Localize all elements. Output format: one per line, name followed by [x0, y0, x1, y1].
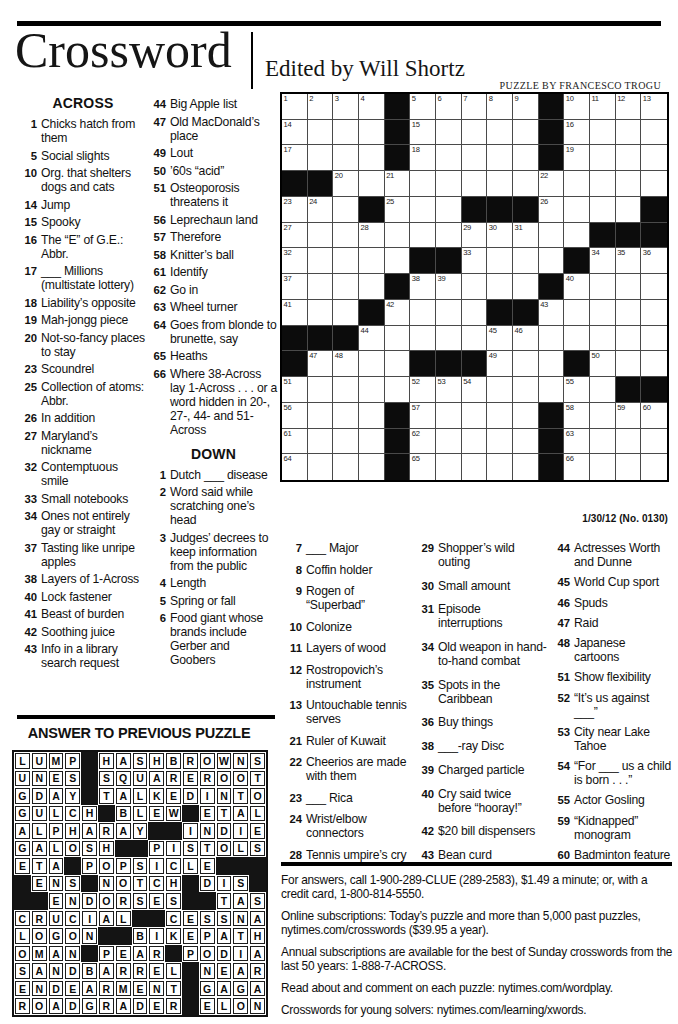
cell-number: 20	[335, 172, 343, 180]
grid-cell[interactable]	[590, 300, 616, 326]
grid-cell[interactable]	[333, 145, 359, 171]
grid-cell[interactable]	[462, 429, 488, 455]
clue: 36Buy things	[417, 715, 547, 729]
grid-cell[interactable]	[359, 120, 385, 146]
grid-cell-black	[410, 351, 436, 377]
clue: 56Leprechaun land	[149, 213, 278, 227]
across-clue-column-1: ACROSS 1Chicks hatch from them5Social sl…	[20, 95, 146, 674]
answer-cell-black	[182, 962, 199, 980]
answer-cell: E	[133, 981, 148, 997]
grid-cell[interactable]: 6	[436, 94, 462, 120]
grid-cell[interactable]	[539, 351, 565, 377]
grid-cell[interactable]	[436, 171, 462, 197]
grid-cell[interactable]: 31	[513, 223, 539, 249]
cell-number: 65	[412, 455, 420, 463]
grid-cell[interactable]	[462, 145, 488, 171]
grid-cell[interactable]: 44	[359, 326, 385, 352]
grid-cell[interactable]	[436, 223, 462, 249]
grid-cell[interactable]	[359, 377, 385, 403]
answer-cell: E	[15, 981, 30, 997]
answer-cell: Y	[65, 788, 80, 804]
grid-cell[interactable]	[513, 145, 539, 171]
grid-cell[interactable]	[410, 223, 436, 249]
answer-cell: I	[183, 823, 198, 839]
grid-cell[interactable]	[308, 248, 334, 274]
clue: 63Wheel turner	[149, 300, 278, 314]
grid-cell[interactable]	[359, 145, 385, 171]
grid-cell[interactable]	[462, 120, 488, 146]
grid-cell[interactable]: 16	[564, 120, 590, 146]
grid-cell[interactable]	[616, 274, 642, 300]
grid-cell[interactable]	[462, 454, 488, 480]
grid-cell[interactable]: 45	[487, 326, 513, 352]
grid-cell[interactable]	[539, 223, 565, 249]
grid-cell[interactable]	[333, 454, 359, 480]
grid-cell[interactable]	[436, 300, 462, 326]
grid-cell[interactable]	[410, 197, 436, 223]
clue-text: $20 bill dispensers	[438, 824, 535, 838]
clue-text: Colonize	[306, 620, 352, 634]
cell-number: 62	[412, 430, 420, 438]
grid-cell[interactable]	[487, 248, 513, 274]
grid-cell[interactable]	[641, 300, 667, 326]
grid-cell[interactable]	[359, 403, 385, 429]
grid-cell[interactable]	[641, 120, 667, 146]
grid-cell[interactable]	[385, 351, 411, 377]
cell-number: 53	[437, 378, 445, 386]
grid-cell[interactable]	[539, 248, 565, 274]
grid-cell[interactable]	[462, 300, 488, 326]
grid-cell[interactable]: 22	[539, 171, 565, 197]
grid-cell[interactable]: 24	[308, 197, 334, 223]
answer-cell: R	[149, 946, 164, 962]
grid-cell[interactable]: 48	[333, 351, 359, 377]
grid-cell[interactable]	[590, 171, 616, 197]
answer-cell: O	[116, 876, 131, 892]
grid-cell[interactable]	[564, 171, 590, 197]
cell-number: 11	[591, 95, 598, 103]
grid-cell[interactable]	[487, 403, 513, 429]
grid-cell[interactable]	[333, 120, 359, 146]
grid-cell-black	[359, 197, 385, 223]
answer-cell: D	[65, 998, 80, 1014]
answer-cell-black	[81, 787, 98, 805]
clue-number: 33	[20, 492, 41, 506]
grid-cell[interactable]: 62	[410, 429, 436, 455]
grid-cell[interactable]	[359, 248, 385, 274]
grid-cell[interactable]	[590, 429, 616, 455]
grid-cell[interactable]	[359, 171, 385, 197]
clue-number: 35	[417, 678, 438, 706]
grid-cell[interactable]	[308, 274, 334, 300]
grid-cell[interactable]: 2	[308, 94, 334, 120]
clue-text: Info in a library search request	[41, 642, 146, 670]
grid-cell[interactable]	[513, 171, 539, 197]
cell-number: 64	[284, 455, 292, 463]
grid-cell[interactable]	[359, 274, 385, 300]
answer-cell-black	[31, 892, 48, 910]
grid-cell[interactable]: 17	[282, 145, 308, 171]
grid-cell[interactable]: 4	[359, 94, 385, 120]
grid-cell[interactable]: 29	[462, 223, 488, 249]
grid-cell[interactable]: 47	[308, 351, 334, 377]
grid-cell[interactable]	[308, 454, 334, 480]
grid-cell[interactable]	[359, 429, 385, 455]
grid-cell[interactable]	[513, 429, 539, 455]
grid-cell[interactable]: 1	[282, 94, 308, 120]
grid-cell[interactable]	[436, 120, 462, 146]
footer-line: For answers, call 1-900-289-CLUE (289-25…	[281, 873, 674, 902]
grid-cell[interactable]: 65	[410, 454, 436, 480]
cell-number: 36	[643, 249, 651, 257]
footer-info: For answers, call 1-900-289-CLUE (289-25…	[281, 873, 674, 1024]
grid-cell[interactable]	[513, 120, 539, 146]
grid-cell[interactable]	[616, 145, 642, 171]
answer-cell: G	[15, 806, 30, 822]
grid-cell[interactable]	[539, 377, 565, 403]
grid-cell[interactable]	[436, 197, 462, 223]
answer-cell-black	[14, 875, 31, 893]
cell-number: 13	[643, 95, 651, 103]
answer-cell: I	[217, 876, 232, 892]
grid-cell[interactable]	[385, 223, 411, 249]
grid-cell[interactable]	[487, 274, 513, 300]
grid-cell[interactable]	[513, 377, 539, 403]
grid-cell[interactable]: 54	[462, 377, 488, 403]
answer-cell: R	[116, 893, 131, 909]
grid-cell-black	[539, 145, 565, 171]
cell-number: 33	[463, 249, 471, 257]
grid-cell[interactable]	[616, 454, 642, 480]
clue-text: Wrist/elbow connectors	[306, 812, 411, 840]
grid-cell[interactable]	[641, 145, 667, 171]
cell-number: 29	[463, 224, 471, 232]
clue-number: 60	[553, 848, 574, 862]
clue-text: Spuds	[574, 596, 608, 610]
grid-cell[interactable]: 55	[564, 377, 590, 403]
clue-text: ___-ray Disc	[438, 739, 504, 753]
grid-cell[interactable]	[462, 403, 488, 429]
grid-cell[interactable]	[487, 171, 513, 197]
grid-cell[interactable]	[616, 351, 642, 377]
grid-cell[interactable]: 30	[487, 223, 513, 249]
grid-cell[interactable]	[308, 377, 334, 403]
clue-text: Badminton feature	[574, 848, 670, 862]
grid-cell[interactable]	[513, 454, 539, 480]
clue-number: 52	[553, 691, 574, 719]
grid-cell[interactable]	[359, 454, 385, 480]
clue: 52“It’s us against ___”	[553, 691, 672, 719]
answer-cell: A	[32, 841, 47, 857]
grid-cell[interactable]	[513, 403, 539, 429]
grid-cell[interactable]: 9	[513, 94, 539, 120]
cell-number: 5	[412, 95, 416, 103]
grid-cell[interactable]: 15	[410, 120, 436, 146]
grid-cell[interactable]	[513, 274, 539, 300]
grid-cell[interactable]	[385, 326, 411, 352]
grid-cell[interactable]	[641, 351, 667, 377]
clue-number: 27	[20, 429, 41, 457]
clue-number: 34	[20, 509, 41, 537]
clue-number: 49	[149, 146, 170, 160]
down-heading: DOWN	[149, 446, 278, 462]
grid-cell[interactable]	[462, 171, 488, 197]
answer-cell: A	[217, 928, 232, 944]
grid-cell-black	[410, 248, 436, 274]
grid-cell[interactable]	[462, 274, 488, 300]
grid-cell[interactable]	[308, 403, 334, 429]
grid-cell[interactable]	[590, 326, 616, 352]
grid-cell[interactable]	[590, 120, 616, 146]
clue-text: Show flexibility	[574, 670, 651, 684]
clue-text: Actor Gosling	[574, 793, 645, 807]
grid-cell[interactable]	[590, 145, 616, 171]
grid-cell-black	[333, 326, 359, 352]
grid-cell[interactable]	[590, 377, 616, 403]
grid-cell[interactable]	[641, 454, 667, 480]
clue: 5Spring or fall	[149, 594, 278, 608]
grid-cell[interactable]	[641, 429, 667, 455]
grid-cell[interactable]: 63	[564, 429, 590, 455]
grid-cell[interactable]	[308, 145, 334, 171]
grid-cell[interactable]: 27	[282, 223, 308, 249]
grid-cell[interactable]: 14	[282, 120, 308, 146]
cell-number: 21	[386, 172, 394, 180]
grid-cell[interactable]	[487, 120, 513, 146]
answer-cell: O	[32, 998, 47, 1014]
grid-cell[interactable]: 51	[282, 377, 308, 403]
clue-text: Coffin holder	[306, 563, 372, 577]
grid-cell[interactable]	[308, 429, 334, 455]
grid-cell[interactable]: 57	[410, 403, 436, 429]
grid-cell[interactable]: 61	[282, 429, 308, 455]
answer-cell: L	[116, 911, 131, 927]
grid-cell[interactable]	[308, 300, 334, 326]
clue-number: 23	[20, 362, 41, 376]
grid-cell[interactable]	[539, 326, 565, 352]
grid-cell[interactable]: 59	[616, 403, 642, 429]
grid-cell[interactable]	[385, 248, 411, 274]
grid-cell[interactable]	[513, 351, 539, 377]
grid-cell[interactable]: 36	[641, 248, 667, 274]
grid-cell[interactable]: 39	[436, 274, 462, 300]
answer-cell: H	[65, 823, 80, 839]
grid-cell[interactable]: 25	[385, 197, 411, 223]
grid-cell[interactable]: 35	[616, 248, 642, 274]
grid-cell[interactable]: 26	[539, 197, 565, 223]
clue-text: Old MacDonald’s place	[170, 115, 278, 143]
grid-cell[interactable]	[487, 454, 513, 480]
answer-cell: U	[32, 753, 47, 769]
clue-number: 12	[285, 663, 306, 691]
clue: 5Social slights	[20, 149, 146, 163]
answer-cell: I	[233, 823, 248, 839]
cell-number: 35	[617, 249, 625, 257]
grid-cell[interactable]	[616, 171, 642, 197]
cell-number: 16	[566, 121, 574, 129]
answer-cell: A	[116, 823, 131, 839]
grid-cell[interactable]: 66	[564, 454, 590, 480]
grid-cell[interactable]: 18	[410, 145, 436, 171]
clue-number: 34	[417, 640, 438, 668]
grid-cell[interactable]	[359, 351, 385, 377]
answer-cell: L	[32, 823, 47, 839]
answer-cell: E	[200, 806, 215, 822]
grid-cell[interactable]: 33	[462, 248, 488, 274]
answer-cell: L	[15, 753, 30, 769]
grid-cell[interactable]: 8	[487, 94, 513, 120]
clue-text: Ones not entirely gay or straight	[41, 509, 146, 537]
grid-cell[interactable]: 10	[564, 94, 590, 120]
answer-cell: O	[217, 841, 232, 857]
grid-cell-black	[462, 351, 488, 377]
grid-cell[interactable]	[487, 145, 513, 171]
grid-cell[interactable]: 23	[282, 197, 308, 223]
answer-cell: P	[82, 858, 97, 874]
grid-cell[interactable]	[590, 274, 616, 300]
grid-cell-black	[513, 300, 539, 326]
down-clues-0: 1Dutch ___ disease2Word said while scrat…	[149, 468, 278, 668]
grid-cell[interactable]	[564, 326, 590, 352]
grid-cell[interactable]	[333, 197, 359, 223]
grid-cell[interactable]	[564, 223, 590, 249]
grid-cell[interactable]	[487, 377, 513, 403]
down-clue-column-1: 7___ Major8Coffin holder9Rogen of “Super…	[285, 541, 411, 862]
grid-cell[interactable]	[436, 429, 462, 455]
grid-cell[interactable]	[590, 197, 616, 223]
grid-cell[interactable]	[616, 197, 642, 223]
grid-cell[interactable]: 21	[385, 171, 411, 197]
answer-cell: R	[166, 771, 181, 787]
grid-cell[interactable]	[487, 429, 513, 455]
grid-cell[interactable]: 28	[359, 223, 385, 249]
clue-number: 5	[20, 149, 41, 163]
clue-number: 47	[553, 616, 574, 630]
grid-cell[interactable]	[333, 429, 359, 455]
grid-cell[interactable]	[308, 223, 334, 249]
grid-cell[interactable]: 41	[282, 300, 308, 326]
answer-cell: U	[32, 806, 47, 822]
grid-cell[interactable]	[333, 223, 359, 249]
clue-text: Small notebooks	[41, 492, 128, 506]
grid-cell[interactable]: 46	[513, 326, 539, 352]
grid-cell[interactable]	[641, 326, 667, 352]
clue: 59“Kidnapped” monogram	[553, 814, 672, 842]
answer-cell-black	[148, 910, 165, 928]
grid-cell[interactable]: 52	[410, 377, 436, 403]
grid-cell[interactable]: 49	[487, 351, 513, 377]
grid-cell[interactable]: 50	[590, 351, 616, 377]
grid-cell[interactable]	[590, 403, 616, 429]
clue: 20Not-so-fancy places to stay	[20, 331, 146, 359]
grid-cell[interactable]	[410, 171, 436, 197]
grid-cell-black	[487, 197, 513, 223]
grid-cell[interactable]	[333, 248, 359, 274]
grid-cell[interactable]: 11	[590, 94, 616, 120]
answer-cell-black	[148, 822, 165, 840]
grid-cell[interactable]	[462, 326, 488, 352]
answer-cell: Y	[133, 823, 148, 839]
grid-cell[interactable]	[436, 454, 462, 480]
grid-cell[interactable]: 12	[616, 94, 642, 120]
grid-cell[interactable]	[616, 300, 642, 326]
answer-cell-black	[249, 875, 266, 893]
clue-text: Knitter’s ball	[170, 248, 234, 262]
grid-cell-black	[282, 326, 308, 352]
grid-cell[interactable]	[410, 300, 436, 326]
grid-cell[interactable]: 5	[410, 94, 436, 120]
grid-cell[interactable]	[333, 274, 359, 300]
grid-cell[interactable]: 7	[462, 94, 488, 120]
answer-cell: R	[133, 963, 148, 979]
grid-cell[interactable]: 34	[590, 248, 616, 274]
clue-number: 28	[285, 848, 306, 862]
answer-cell: S	[166, 893, 181, 909]
clue-number: 57	[149, 230, 170, 244]
grid-cell[interactable]: 43	[539, 300, 565, 326]
grid-cell[interactable]: 3	[333, 94, 359, 120]
grid-cell[interactable]: 58	[564, 403, 590, 429]
grid-cell[interactable]	[513, 248, 539, 274]
grid-cell[interactable]	[436, 403, 462, 429]
grid-cell[interactable]: 13	[641, 94, 667, 120]
grid-cell[interactable]: 64	[282, 454, 308, 480]
grid-cell[interactable]	[641, 274, 667, 300]
grid-cell[interactable]	[410, 326, 436, 352]
grid-cell[interactable]	[590, 454, 616, 480]
grid-cell[interactable]	[616, 429, 642, 455]
grid-cell[interactable]: 38	[410, 274, 436, 300]
grid-cell[interactable]	[333, 377, 359, 403]
grid-cell[interactable]	[616, 326, 642, 352]
grid-cell[interactable]	[333, 403, 359, 429]
grid-cell[interactable]	[564, 300, 590, 326]
grid-cell[interactable]: 20	[333, 171, 359, 197]
grid-cell[interactable]: 60	[641, 403, 667, 429]
answer-cell: N	[149, 981, 164, 997]
grid-cell[interactable]	[641, 171, 667, 197]
cell-number: 28	[360, 224, 368, 232]
grid-cell[interactable]: 32	[282, 248, 308, 274]
clue: 46Spuds	[553, 596, 672, 610]
clue-number: 42	[417, 824, 438, 838]
grid-cell[interactable]	[385, 377, 411, 403]
grid-cell[interactable]: 56	[282, 403, 308, 429]
grid-cell[interactable]	[564, 197, 590, 223]
answer-cell: E	[183, 771, 198, 787]
grid-cell[interactable]: 40	[564, 274, 590, 300]
grid-cell[interactable]: 53	[436, 377, 462, 403]
answer-cell: A	[32, 963, 47, 979]
answer-cell-black	[98, 805, 115, 823]
grid-cell[interactable]	[333, 300, 359, 326]
grid-cell[interactable]	[436, 145, 462, 171]
grid-cell[interactable]	[616, 120, 642, 146]
answer-cell: H	[149, 753, 164, 769]
clue-number: 9	[285, 584, 306, 612]
answer-cell: S	[250, 893, 265, 909]
answer-cell: O	[217, 771, 232, 787]
grid-cell[interactable]: 42	[385, 300, 411, 326]
grid-cell[interactable]	[308, 120, 334, 146]
clue-text: City near Lake Tahoe	[574, 725, 672, 753]
cell-number: 42	[386, 301, 394, 309]
grid-cell[interactable]: 19	[564, 145, 590, 171]
grid-cell[interactable]: 37	[282, 274, 308, 300]
cell-number: 25	[386, 198, 394, 206]
grid-cell[interactable]	[436, 326, 462, 352]
clue: 8Coffin holder	[285, 563, 411, 577]
